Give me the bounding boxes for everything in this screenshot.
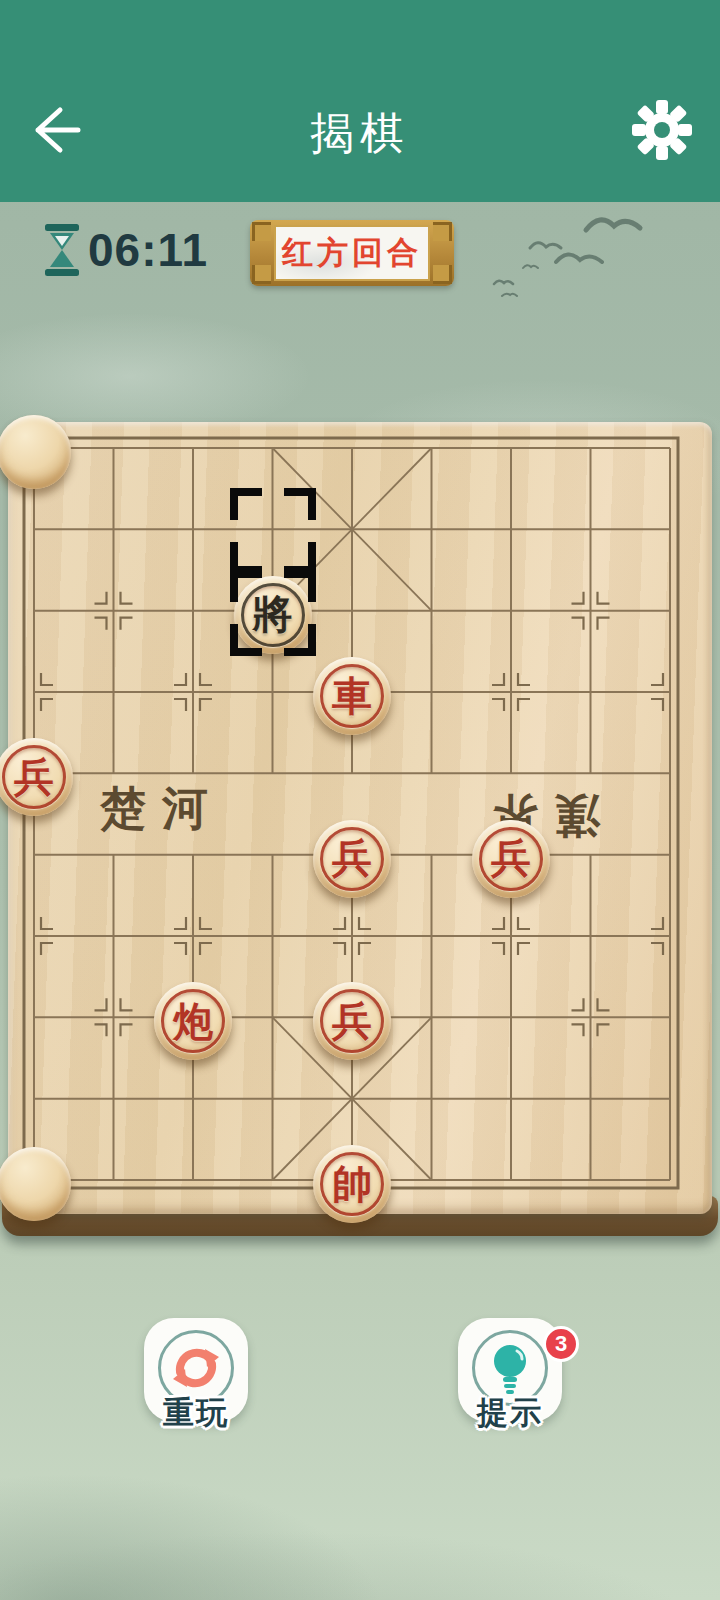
piece-red-soldier[interactable]: 兵	[472, 820, 550, 898]
banner-ornament	[252, 222, 271, 241]
xiangqi-board[interactable]: 楚河 漢界	[8, 422, 712, 1214]
piece-glyph: 兵	[313, 820, 391, 898]
replay-label: 重玩	[116, 1392, 276, 1434]
banner-ornament	[433, 265, 452, 284]
banner-ornament	[433, 222, 452, 241]
timer-value: 06:11	[88, 223, 208, 277]
birds-decoration	[468, 200, 668, 320]
piece-red-cannon[interactable]: 炮	[154, 982, 232, 1060]
piece-red-soldier[interactable]: 兵	[313, 820, 391, 898]
river-label-left: 楚河	[100, 778, 224, 840]
page-title: 揭棋	[0, 104, 720, 163]
piece-glyph: 兵	[313, 982, 391, 1060]
game-timer: 06:11	[44, 222, 208, 278]
header-bar: 揭棋	[0, 0, 720, 202]
refresh-icon	[167, 1339, 225, 1397]
piece-glyph: 兵	[0, 738, 73, 816]
piece-glyph: 炮	[154, 982, 232, 1060]
hidden-piece[interactable]	[0, 1147, 71, 1221]
turn-banner: 红方回合	[250, 220, 454, 286]
piece-red-soldier[interactable]: 兵	[313, 982, 391, 1060]
hidden-piece[interactable]	[0, 415, 71, 489]
piece-glyph: 車	[313, 657, 391, 735]
piece-glyph: 將	[234, 576, 312, 654]
piece-red-chariot[interactable]: 車	[313, 657, 391, 735]
banner-inner: 红方回合	[274, 225, 430, 281]
piece-glyph: 兵	[472, 820, 550, 898]
hint-count-badge: 3	[543, 1326, 579, 1362]
piece-red-soldier[interactable]: 兵	[0, 738, 73, 816]
turn-banner-text: 红方回合	[282, 232, 422, 274]
piece-red-general[interactable]: 帥	[313, 1145, 391, 1223]
mountain-mist-decoration	[0, 1380, 720, 1600]
settings-button[interactable]	[630, 98, 694, 162]
banner-ornament	[252, 265, 271, 284]
hint-label: 提示	[430, 1392, 590, 1434]
piece-glyph: 帥	[313, 1145, 391, 1223]
lightbulb-icon	[481, 1339, 539, 1397]
piece-black-general[interactable]: 將	[234, 576, 312, 654]
hourglass-icon	[44, 224, 80, 276]
gear-icon	[630, 98, 694, 162]
app-screen: 揭棋	[0, 0, 720, 1600]
